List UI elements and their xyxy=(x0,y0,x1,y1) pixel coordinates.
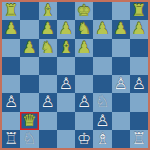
square-d2[interactable] xyxy=(57,112,75,130)
square-d1[interactable] xyxy=(57,130,75,148)
square-e4[interactable] xyxy=(75,75,93,93)
white-rook: ♖ xyxy=(132,130,146,146)
black-pawn: ♟ xyxy=(77,39,91,55)
square-a6[interactable] xyxy=(2,39,20,57)
square-g5[interactable] xyxy=(112,57,130,75)
square-f5[interactable] xyxy=(93,57,111,75)
black-pawn: ♟ xyxy=(132,21,146,37)
square-g1[interactable] xyxy=(112,130,130,148)
square-h3[interactable] xyxy=(130,93,148,111)
square-h7[interactable]: ♟ xyxy=(130,20,148,38)
square-b6[interactable]: ♟ xyxy=(20,39,38,57)
black-pawn: ♟ xyxy=(4,21,18,37)
square-c5[interactable] xyxy=(39,57,57,75)
square-e1[interactable]: ♔ xyxy=(75,130,93,148)
square-c4[interactable] xyxy=(39,75,57,93)
square-e7[interactable]: ♞ xyxy=(75,20,93,38)
black-rook: ♜ xyxy=(132,3,146,19)
square-c8[interactable]: ♝ xyxy=(39,2,57,20)
square-c7[interactable]: ♟ xyxy=(39,20,57,38)
white-pawn: ♙ xyxy=(40,94,54,110)
square-b4[interactable] xyxy=(20,75,38,93)
square-g4[interactable]: ♙ xyxy=(112,75,130,93)
square-h2[interactable] xyxy=(130,112,148,130)
white-pawn: ♙ xyxy=(95,112,109,128)
square-a5[interactable] xyxy=(2,57,20,75)
black-bishop: ♝ xyxy=(59,39,73,55)
black-pawn: ♟ xyxy=(40,21,54,37)
square-d7[interactable]: ♟ xyxy=(57,20,75,38)
square-d8[interactable] xyxy=(57,2,75,20)
square-f1[interactable]: ♗ xyxy=(93,130,111,148)
black-pawn: ♟ xyxy=(59,21,73,37)
square-g8[interactable] xyxy=(112,2,130,20)
white-knight: ♘ xyxy=(95,94,109,110)
square-a1[interactable]: ♖ xyxy=(2,130,20,148)
square-b5[interactable] xyxy=(20,57,38,75)
square-f3[interactable]: ♘ xyxy=(93,93,111,111)
white-pawn: ♙ xyxy=(59,76,73,92)
square-a2[interactable] xyxy=(2,112,20,130)
black-bishop: ♝ xyxy=(40,3,54,19)
square-f2[interactable]: ♙ xyxy=(93,112,111,130)
black-knight: ♞ xyxy=(40,39,54,55)
white-pawn: ♙ xyxy=(132,76,146,92)
square-d5[interactable] xyxy=(57,57,75,75)
square-f7[interactable]: ♟ xyxy=(93,20,111,38)
square-g2[interactable] xyxy=(112,112,130,130)
black-knight: ♞ xyxy=(77,21,91,37)
square-g7[interactable]: ♟ xyxy=(112,20,130,38)
square-c2[interactable] xyxy=(39,112,57,130)
white-pawn: ♙ xyxy=(113,76,127,92)
square-e2[interactable] xyxy=(75,112,93,130)
black-king: ♚ xyxy=(77,3,91,19)
white-king: ♔ xyxy=(77,130,91,146)
square-c6[interactable]: ♞ xyxy=(39,39,57,57)
square-h5[interactable] xyxy=(130,57,148,75)
square-h6[interactable] xyxy=(130,39,148,57)
square-h4[interactable]: ♙ xyxy=(130,75,148,93)
white-knight: ♘ xyxy=(22,130,36,146)
square-a7[interactable]: ♟ xyxy=(2,20,20,38)
white-bishop: ♗ xyxy=(95,130,109,146)
white-pawn: ♙ xyxy=(4,94,18,110)
square-h8[interactable]: ♜ xyxy=(130,2,148,20)
square-b7[interactable] xyxy=(20,20,38,38)
square-c1[interactable] xyxy=(39,130,57,148)
square-g6[interactable] xyxy=(112,39,130,57)
square-e6[interactable]: ♟ xyxy=(75,39,93,57)
chess-board-frame: ♜♝♚♜♟♟♟♞♟♟♟♟♞♝♟♙♙♙♙♙♙♘♛♙♖♘♔♗♖ xyxy=(0,0,150,150)
square-c3[interactable]: ♙ xyxy=(39,93,57,111)
black-pawn: ♟ xyxy=(113,21,127,37)
square-f6[interactable] xyxy=(93,39,111,57)
square-d3[interactable] xyxy=(57,93,75,111)
square-b1[interactable]: ♘ xyxy=(20,130,38,148)
square-f8[interactable] xyxy=(93,2,111,20)
square-h1[interactable]: ♖ xyxy=(130,130,148,148)
square-a4[interactable] xyxy=(2,75,20,93)
black-pawn: ♟ xyxy=(95,21,109,37)
square-d6[interactable]: ♝ xyxy=(57,39,75,57)
chess-board: ♜♝♚♜♟♟♟♞♟♟♟♟♞♝♟♙♙♙♙♙♙♘♛♙♖♘♔♗♖ xyxy=(2,2,148,148)
black-rook: ♜ xyxy=(4,3,18,19)
black-pawn: ♟ xyxy=(22,39,36,55)
white-pawn: ♙ xyxy=(77,94,91,110)
white-rook: ♖ xyxy=(4,130,18,146)
square-g3[interactable] xyxy=(112,93,130,111)
square-b3[interactable] xyxy=(20,93,38,111)
square-e3[interactable]: ♙ xyxy=(75,93,93,111)
square-f4[interactable] xyxy=(93,75,111,93)
black-queen: ♛ xyxy=(22,112,36,128)
square-a3[interactable]: ♙ xyxy=(2,93,20,111)
square-b2[interactable]: ♛ xyxy=(20,112,38,130)
square-b8[interactable] xyxy=(20,2,38,20)
square-a8[interactable]: ♜ xyxy=(2,2,20,20)
square-e5[interactable] xyxy=(75,57,93,75)
square-d4[interactable]: ♙ xyxy=(57,75,75,93)
square-e8[interactable]: ♚ xyxy=(75,2,93,20)
